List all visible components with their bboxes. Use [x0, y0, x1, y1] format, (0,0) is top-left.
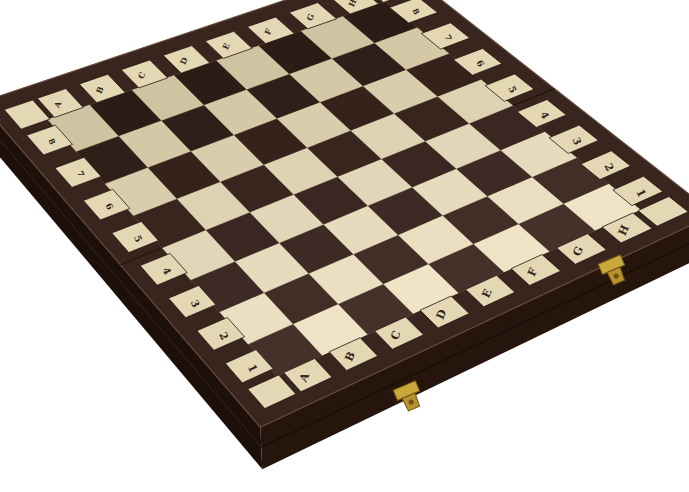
game-board: AA11BB22CC33DD44EE55FF66GG77HH88	[0, 0, 689, 492]
product-photo-chess-set: AA11BB22CC33DD44EE55FF66GG77HH88	[0, 0, 689, 492]
